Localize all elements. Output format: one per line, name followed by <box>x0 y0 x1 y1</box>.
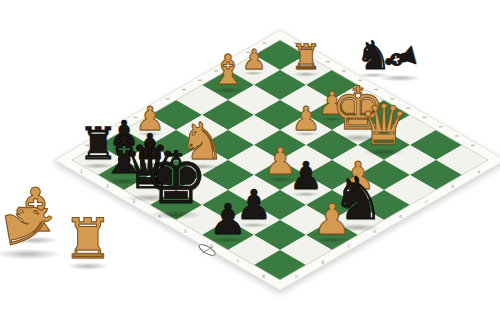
piece-glyph: ♟ <box>109 116 140 150</box>
tan-rook-offboard: ♜ <box>63 211 113 267</box>
black-bishop: ♝ <box>100 129 148 182</box>
piece-glyph: ♞ <box>179 116 225 167</box>
piece-glyph: ♝ <box>100 129 148 182</box>
piece-glyph: ♟ <box>289 157 323 195</box>
tan-bishop: ♝ <box>209 49 246 91</box>
piece-glyph: ♜ <box>78 122 118 167</box>
black-bishop-offboard: ♝ <box>382 39 418 79</box>
piece-glyph: ♟ <box>291 102 321 135</box>
black-king: ♚ <box>144 143 208 215</box>
piece-glyph: ♜ <box>291 40 322 75</box>
piece-glyph: ♟ <box>263 143 296 180</box>
black-pawn: ♟ <box>289 157 323 195</box>
tan-pawn: ♟ <box>318 88 346 120</box>
tan-rook: ♜ <box>291 40 322 75</box>
piece-glyph: ♝ <box>209 49 246 91</box>
piece-glyph: ♟ <box>209 199 247 241</box>
tan-pawn: ♟ <box>313 199 351 241</box>
piece-glyph: ♟ <box>242 46 267 74</box>
piece-glyph: ♟ <box>135 102 165 135</box>
black-pawn: ♟ <box>109 116 140 150</box>
piece-glyph: ♚ <box>144 143 208 215</box>
piece-glyph: ♜ <box>63 211 113 267</box>
piece-glyph: ♞ <box>0 190 63 256</box>
tan-knight-offboard: ♞ <box>0 192 56 254</box>
piece-glyph: ♝ <box>8 180 62 241</box>
pieces-layer: ♞♜♟♝♝♟♚♟♟♛♟♞♜♟♟♝♟♛♟♚♟♞♝♟♟♞♜ <box>0 0 500 312</box>
piece-glyph: ♛ <box>122 136 178 198</box>
black-rook: ♜ <box>78 122 118 167</box>
black-pawn: ♟ <box>236 185 273 226</box>
tan-pawn: ♟ <box>242 46 267 74</box>
piece-glyph: ♝ <box>376 36 424 81</box>
black-pawn: ♟ <box>134 129 166 165</box>
tan-queen: ♛ <box>359 97 409 153</box>
piece-glyph: ♛ <box>359 97 409 153</box>
tan-pawn: ♟ <box>341 157 375 195</box>
chess-set-photo: abcdefgh12345678 ♞♜♟♝♝♟♚♟♟♛♟♞♜♟♟♝♟♛♟♚♟♞♝… <box>0 0 500 312</box>
piece-glyph: ♞ <box>332 169 385 228</box>
tan-pawn: ♟ <box>135 102 165 135</box>
tan-bishop-offboard: ♝ <box>8 180 62 241</box>
tan-knight: ♞ <box>179 116 225 167</box>
tan-pawn: ♟ <box>291 102 321 135</box>
piece-glyph: ♞ <box>356 36 392 76</box>
black-knight-offboard: ♞ <box>356 36 392 76</box>
piece-glyph: ♟ <box>236 185 273 226</box>
black-queen: ♛ <box>122 136 178 198</box>
piece-glyph: ♟ <box>134 129 166 165</box>
piece-glyph: ♚ <box>331 79 385 139</box>
piece-glyph: ♟ <box>318 88 346 120</box>
piece-glyph: ♟ <box>313 199 351 241</box>
tan-king: ♚ <box>331 79 385 139</box>
black-knight: ♞ <box>332 169 385 228</box>
tan-pawn: ♟ <box>263 143 296 180</box>
black-pawn: ♟ <box>209 199 247 241</box>
piece-glyph: ♟ <box>341 157 375 195</box>
